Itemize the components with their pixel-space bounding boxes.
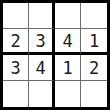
cell-r0c1[interactable]	[29, 3, 55, 29]
cell-r2c3[interactable]: 2	[81, 55, 107, 81]
cell-r1c2[interactable]: 4	[55, 29, 81, 55]
cell-r1c3[interactable]: 1	[81, 29, 107, 55]
cell-r2c2[interactable]: 1	[55, 55, 81, 81]
cell-r2c1[interactable]: 4	[29, 55, 55, 81]
cell-r3c3[interactable]	[81, 81, 107, 107]
cell-r3c0[interactable]	[3, 81, 29, 107]
cell-r1c1[interactable]: 3	[29, 29, 55, 55]
cell-r0c2[interactable]	[55, 3, 81, 29]
sudoku-board: 2 3 4 1 3 4 1 2	[0, 0, 110, 110]
cell-r0c0[interactable]	[3, 3, 29, 29]
cell-r3c2[interactable]	[55, 81, 81, 107]
cell-r3c1[interactable]	[29, 81, 55, 107]
cell-r1c0[interactable]: 2	[3, 29, 29, 55]
cell-r0c3[interactable]	[81, 3, 107, 29]
cell-r2c0[interactable]: 3	[3, 55, 29, 81]
